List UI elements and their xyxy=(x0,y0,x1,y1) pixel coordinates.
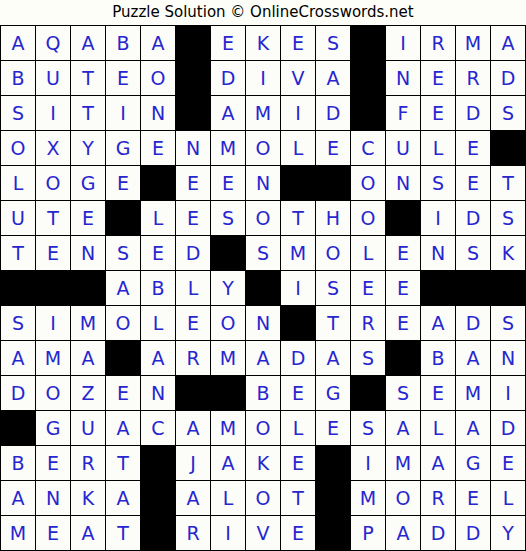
letter-cell: N xyxy=(141,96,175,130)
letter-cell: E xyxy=(36,446,70,480)
letter-cell: R xyxy=(71,446,105,480)
letter-cell: U xyxy=(36,61,70,95)
letter-cell: E xyxy=(106,376,140,410)
letter-cell: L xyxy=(421,411,455,445)
black-square xyxy=(316,516,350,550)
letter-cell: G xyxy=(71,166,105,200)
letter-cell: D xyxy=(316,96,350,130)
black-square xyxy=(316,481,350,515)
letter-cell: S xyxy=(386,376,420,410)
letter-cell: O xyxy=(246,481,280,515)
black-square xyxy=(456,271,490,305)
letter-cell: E xyxy=(421,96,455,130)
black-square xyxy=(281,166,315,200)
black-square xyxy=(316,446,350,480)
letter-cell: E xyxy=(211,166,245,200)
letter-cell: I xyxy=(351,446,385,480)
letter-cell: O xyxy=(386,481,420,515)
black-square xyxy=(246,271,280,305)
letter-cell: E xyxy=(456,481,490,515)
letter-cell: E xyxy=(316,131,350,165)
letter-cell: A xyxy=(71,516,105,550)
letter-cell: L xyxy=(281,131,315,165)
letter-cell: O xyxy=(36,376,70,410)
letter-cell: L xyxy=(211,481,245,515)
black-square xyxy=(491,131,525,165)
letter-cell: I xyxy=(386,26,420,60)
letter-cell: A xyxy=(386,411,420,445)
letter-cell: S xyxy=(246,236,280,270)
letter-cell: A xyxy=(421,306,455,340)
letter-cell: E xyxy=(106,61,140,95)
letter-cell: O xyxy=(246,201,280,235)
black-square xyxy=(141,446,175,480)
letter-cell: I xyxy=(36,96,70,130)
black-square xyxy=(1,271,35,305)
letter-cell: M xyxy=(211,341,245,375)
letter-cell: B xyxy=(106,26,140,60)
letter-cell: N xyxy=(246,166,280,200)
crossword-grid: AQABAEKESIRMABUTEODIVANERDSITINAMIDFEDSO… xyxy=(0,25,526,551)
black-square xyxy=(281,306,315,340)
black-square xyxy=(176,376,210,410)
letter-cell: G xyxy=(106,131,140,165)
black-square xyxy=(1,411,35,445)
letter-cell: N xyxy=(386,166,420,200)
letter-cell: M xyxy=(281,236,315,270)
letter-cell: O xyxy=(351,166,385,200)
letter-cell: A xyxy=(106,481,140,515)
letter-cell: O xyxy=(246,411,280,445)
black-square xyxy=(351,26,385,60)
letter-cell: A xyxy=(456,411,490,445)
letter-cell: L xyxy=(1,166,35,200)
letter-cell: A xyxy=(1,341,35,375)
letter-cell: R xyxy=(351,306,385,340)
letter-cell: A xyxy=(176,411,210,445)
letter-cell: M xyxy=(211,131,245,165)
letter-cell: O xyxy=(106,306,140,340)
letter-cell: S xyxy=(456,236,490,270)
letter-cell: M xyxy=(246,96,280,130)
letter-cell: E xyxy=(176,306,210,340)
letter-cell: T xyxy=(36,201,70,235)
letter-cell: R xyxy=(176,516,210,550)
letter-cell: A xyxy=(141,341,175,375)
letter-cell: Z xyxy=(71,376,105,410)
letter-cell: I xyxy=(421,201,455,235)
letter-cell: G xyxy=(456,446,490,480)
letter-cell: O xyxy=(351,201,385,235)
letter-cell: S xyxy=(211,201,245,235)
letter-cell: S xyxy=(491,306,525,340)
black-square xyxy=(316,166,350,200)
black-square xyxy=(106,341,140,375)
letter-cell: K xyxy=(71,481,105,515)
letter-cell: T xyxy=(71,96,105,130)
letter-cell: O xyxy=(141,61,175,95)
letter-cell: E xyxy=(141,131,175,165)
letter-cell: T xyxy=(106,446,140,480)
letter-cell: D xyxy=(1,376,35,410)
black-square xyxy=(176,96,210,130)
letter-cell: V xyxy=(281,61,315,95)
letter-cell: N xyxy=(36,481,70,515)
letter-cell: T xyxy=(106,516,140,550)
black-square xyxy=(386,201,420,235)
letter-cell: O xyxy=(316,236,350,270)
letter-cell: Y xyxy=(491,516,525,550)
black-square xyxy=(36,271,70,305)
letter-cell: E xyxy=(421,376,455,410)
letter-cell: L xyxy=(141,306,175,340)
letter-cell: A xyxy=(211,96,245,130)
letter-cell: M xyxy=(351,481,385,515)
letter-cell: L xyxy=(351,236,385,270)
letter-cell: S xyxy=(351,411,385,445)
letter-cell: S xyxy=(491,201,525,235)
letter-cell: P xyxy=(351,516,385,550)
letter-cell: M xyxy=(36,341,70,375)
letter-cell: E xyxy=(456,166,490,200)
letter-cell: N xyxy=(386,61,420,95)
letter-cell: D xyxy=(281,341,315,375)
letter-cell: H xyxy=(316,201,350,235)
letter-cell: D xyxy=(491,61,525,95)
letter-cell: E xyxy=(281,446,315,480)
letter-cell: M xyxy=(456,376,490,410)
letter-cell: E xyxy=(386,271,420,305)
letter-cell: T xyxy=(281,201,315,235)
letter-cell: N xyxy=(71,236,105,270)
letter-cell: B xyxy=(421,341,455,375)
letter-cell: B xyxy=(246,376,280,410)
letter-cell: A xyxy=(421,446,455,480)
letter-cell: T xyxy=(281,481,315,515)
letter-cell: L xyxy=(176,271,210,305)
black-square xyxy=(211,376,245,410)
letter-cell: S xyxy=(316,26,350,60)
letter-cell: A xyxy=(141,26,175,60)
black-square xyxy=(141,516,175,550)
letter-cell: S xyxy=(106,236,140,270)
letter-cell: N xyxy=(246,306,280,340)
letter-cell: L xyxy=(281,411,315,445)
letter-cell: G xyxy=(316,376,350,410)
letter-cell: T xyxy=(71,61,105,95)
letter-cell: E xyxy=(71,201,105,235)
letter-cell: M xyxy=(211,411,245,445)
letter-cell: I xyxy=(106,96,140,130)
letter-cell: C xyxy=(141,411,175,445)
letter-cell: Y xyxy=(211,271,245,305)
letter-cell: A xyxy=(1,481,35,515)
letter-cell: S xyxy=(421,166,455,200)
letter-cell: D xyxy=(456,306,490,340)
letter-cell: U xyxy=(1,201,35,235)
letter-cell: E xyxy=(281,376,315,410)
letter-cell: N xyxy=(141,376,175,410)
letter-cell: D xyxy=(491,411,525,445)
letter-cell: T xyxy=(491,166,525,200)
letter-cell: I xyxy=(491,376,525,410)
letter-cell: A xyxy=(106,271,140,305)
puzzle-solution-page: Puzzle Solution © OnlineCrosswords.net A… xyxy=(0,0,526,551)
black-square xyxy=(421,271,455,305)
letter-cell: E xyxy=(421,61,455,95)
black-square xyxy=(141,166,175,200)
letter-cell: S xyxy=(351,341,385,375)
letter-cell: E xyxy=(36,516,70,550)
letter-cell: T xyxy=(1,236,35,270)
letter-cell: E xyxy=(281,516,315,550)
letter-cell: A xyxy=(491,26,525,60)
letter-cell: Y xyxy=(71,131,105,165)
black-square xyxy=(386,341,420,375)
letter-cell: D xyxy=(456,96,490,130)
letter-cell: D xyxy=(211,61,245,95)
letter-cell: E xyxy=(176,166,210,200)
letter-cell: J xyxy=(176,446,210,480)
letter-cell: A xyxy=(386,516,420,550)
letter-cell: M xyxy=(71,306,105,340)
black-square xyxy=(351,61,385,95)
black-square xyxy=(211,236,245,270)
letter-cell: E xyxy=(456,131,490,165)
letter-cell: E xyxy=(316,411,350,445)
letter-cell: U xyxy=(71,411,105,445)
letter-cell: E xyxy=(211,26,245,60)
letter-cell: O xyxy=(36,166,70,200)
letter-cell: L xyxy=(141,201,175,235)
letter-cell: I xyxy=(281,271,315,305)
black-square xyxy=(351,96,385,130)
letter-cell: V xyxy=(246,516,280,550)
letter-cell: K xyxy=(246,446,280,480)
black-square xyxy=(176,26,210,60)
letter-cell: I xyxy=(36,306,70,340)
letter-cell: R xyxy=(421,26,455,60)
letter-cell: B xyxy=(141,271,175,305)
letter-cell: S xyxy=(316,271,350,305)
letter-cell: O xyxy=(211,306,245,340)
letter-cell: D xyxy=(456,516,490,550)
page-title: Puzzle Solution © OnlineCrosswords.net xyxy=(0,0,526,25)
letter-cell: L xyxy=(491,481,525,515)
letter-cell: I xyxy=(246,61,280,95)
letter-cell: S xyxy=(1,306,35,340)
letter-cell: S xyxy=(491,96,525,130)
letter-cell: E xyxy=(281,26,315,60)
letter-cell: N xyxy=(176,131,210,165)
black-square xyxy=(176,61,210,95)
letter-cell: I xyxy=(281,96,315,130)
letter-cell: M xyxy=(456,26,490,60)
letter-cell: R xyxy=(176,341,210,375)
letter-cell: N xyxy=(421,236,455,270)
letter-cell: O xyxy=(1,131,35,165)
letter-cell: E xyxy=(386,236,420,270)
letter-cell: A xyxy=(456,341,490,375)
letter-cell: E xyxy=(176,201,210,235)
letter-cell: M xyxy=(1,516,35,550)
letter-cell: N xyxy=(491,341,525,375)
black-square xyxy=(106,201,140,235)
letter-cell: Q xyxy=(36,26,70,60)
black-square xyxy=(141,481,175,515)
letter-cell: A xyxy=(316,61,350,95)
black-square xyxy=(71,271,105,305)
letter-cell: B xyxy=(1,61,35,95)
letter-cell: E xyxy=(36,236,70,270)
letter-cell: E xyxy=(141,236,175,270)
letter-cell: R xyxy=(421,481,455,515)
letter-cell: A xyxy=(71,26,105,60)
letter-cell: M xyxy=(386,446,420,480)
letter-cell: K xyxy=(491,236,525,270)
letter-cell: K xyxy=(246,26,280,60)
letter-cell: X xyxy=(36,131,70,165)
letter-cell: A xyxy=(246,341,280,375)
letter-cell: A xyxy=(1,26,35,60)
letter-cell: L xyxy=(421,131,455,165)
letter-cell: D xyxy=(176,236,210,270)
letter-cell: A xyxy=(211,446,245,480)
letter-cell: T xyxy=(316,306,350,340)
letter-cell: I xyxy=(211,516,245,550)
letter-cell: O xyxy=(246,131,280,165)
letter-cell: D xyxy=(421,516,455,550)
letter-cell: E xyxy=(106,166,140,200)
letter-cell: A xyxy=(176,481,210,515)
letter-cell: E xyxy=(351,271,385,305)
letter-cell: C xyxy=(351,131,385,165)
letter-cell: U xyxy=(386,131,420,165)
letter-cell: G xyxy=(36,411,70,445)
black-square xyxy=(351,376,385,410)
letter-cell: A xyxy=(316,341,350,375)
black-square xyxy=(491,271,525,305)
letter-cell: D xyxy=(456,201,490,235)
letter-cell: F xyxy=(386,96,420,130)
letter-cell: A xyxy=(71,341,105,375)
letter-cell: A xyxy=(106,411,140,445)
letter-cell: S xyxy=(1,96,35,130)
letter-cell: R xyxy=(456,61,490,95)
letter-cell: E xyxy=(491,446,525,480)
letter-cell: E xyxy=(386,306,420,340)
letter-cell: B xyxy=(1,446,35,480)
